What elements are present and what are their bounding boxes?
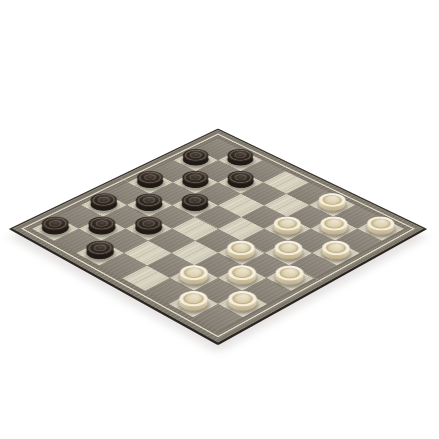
dark-piece xyxy=(81,243,120,263)
square-r0c7 xyxy=(357,217,403,241)
light-piece xyxy=(362,219,400,239)
board-grid xyxy=(32,139,404,331)
product-photo xyxy=(0,0,439,439)
light-piece xyxy=(317,243,356,263)
light-piece xyxy=(222,293,262,315)
light-piece xyxy=(314,196,352,215)
dark-piece xyxy=(132,173,169,191)
light-piece xyxy=(174,293,214,315)
checkers-board xyxy=(9,128,428,345)
square-r7c0 xyxy=(32,217,78,241)
